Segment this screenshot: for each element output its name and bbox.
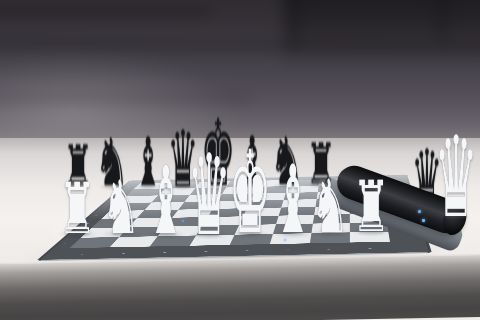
- piece-white-bishop[interactable]: ♝: [147, 154, 185, 248]
- piece-white-rook[interactable]: ♜: [352, 172, 390, 242]
- piece-white-bishop[interactable]: ♝: [274, 153, 312, 247]
- led-indicator: [418, 210, 421, 213]
- piece-white-knight[interactable]: ♞: [102, 170, 140, 244]
- table-front-edge: [0, 254, 480, 320]
- piece-white-king[interactable]: ♚: [229, 136, 272, 250]
- file-mark: [368, 248, 371, 249]
- piece-white-rook[interactable]: ♜: [58, 174, 96, 244]
- file-mark: [81, 254, 85, 255]
- file-mark: [122, 253, 126, 254]
- piece-white-queen[interactable]: ♛: [187, 139, 231, 251]
- piece-white-queen[interactable]: ♛: [434, 121, 478, 233]
- led-indicator: [422, 219, 425, 222]
- chess-scene: ♜♞♝♛♚♝♞♜♜♞♝♛♚♝♞♜♛♛: [0, 0, 480, 320]
- piece-white-knight[interactable]: ♞: [311, 169, 349, 243]
